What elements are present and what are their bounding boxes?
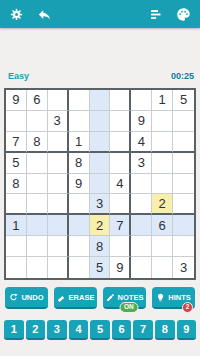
cell-r9c2[interactable] [27, 257, 48, 278]
hints-count-badge: 2 [182, 302, 193, 313]
cell-r7c5[interactable]: 2 [90, 215, 111, 236]
toolbar: UNDO ERASE NOTES ON HINTS 2 [5, 287, 195, 309]
cell-r3c5[interactable] [90, 132, 111, 153]
cell-r7c1[interactable]: 1 [6, 215, 27, 236]
cell-r2c8[interactable] [152, 111, 173, 132]
cell-r5c9[interactable] [173, 174, 194, 195]
cell-r6c1[interactable] [6, 194, 27, 215]
number-pad: 123456789 [4, 320, 196, 340]
numpad-3-button[interactable]: 3 [47, 320, 67, 340]
cell-r9c4[interactable] [69, 257, 90, 278]
cell-r7c8[interactable]: 6 [152, 215, 173, 236]
cell-r5c2[interactable] [27, 174, 48, 195]
cell-r1c2[interactable]: 6 [27, 90, 48, 111]
cell-r2c4[interactable] [69, 111, 90, 132]
top-app-bar [0, 0, 200, 28]
cell-r1c9[interactable]: 5 [173, 90, 194, 111]
back-reply-arrow-icon[interactable] [33, 3, 55, 25]
hints-label: HINTS [168, 293, 191, 302]
erase-button[interactable]: ERASE [54, 287, 97, 309]
numpad-9-button[interactable]: 9 [177, 320, 197, 340]
cell-r3c3[interactable] [48, 132, 69, 153]
cell-r8c3[interactable] [48, 236, 69, 257]
cell-r3c4[interactable]: 1 [69, 132, 90, 153]
cell-r9c1[interactable] [6, 257, 27, 278]
cell-r8c9[interactable] [173, 236, 194, 257]
timer-label: 00:25 [171, 71, 194, 81]
numpad-2-button[interactable]: 2 [26, 320, 46, 340]
cell-r9c6[interactable]: 9 [110, 257, 131, 278]
cell-r5c3[interactable] [48, 174, 69, 195]
cell-r2c1[interactable] [6, 111, 27, 132]
game-info-bar: Easy 00:25 [8, 69, 194, 83]
cell-r7c7[interactable] [131, 215, 152, 236]
cell-r4c7[interactable]: 3 [131, 153, 152, 174]
cell-r1c8[interactable]: 1 [152, 90, 173, 111]
cell-r4c3[interactable] [48, 153, 69, 174]
cell-r4c6[interactable] [110, 153, 131, 174]
numpad-8-button[interactable]: 8 [155, 320, 175, 340]
cell-r1c6[interactable] [110, 90, 131, 111]
cell-r8c2[interactable] [27, 236, 48, 257]
cell-r4c8[interactable] [152, 153, 173, 174]
notes-on-badge: ON [119, 302, 139, 314]
cell-r6c9[interactable] [173, 194, 194, 215]
cell-r5c7[interactable] [131, 174, 152, 195]
cell-r5c8[interactable] [152, 174, 173, 195]
cell-r5c4[interactable]: 9 [69, 174, 90, 195]
cell-r6c7[interactable] [131, 194, 152, 215]
cell-r8c5[interactable]: 8 [90, 236, 111, 257]
cell-r7c3[interactable] [48, 215, 69, 236]
cell-r2c5[interactable] [90, 111, 111, 132]
cell-r3c6[interactable] [110, 132, 131, 153]
cell-r2c3[interactable]: 3 [48, 111, 69, 132]
cell-r8c8[interactable] [152, 236, 173, 257]
undo-label: UNDO [21, 293, 43, 302]
settings-gear-icon[interactable] [5, 3, 27, 25]
cell-r4c5[interactable] [90, 153, 111, 174]
hints-button[interactable]: HINTS 2 [152, 287, 195, 309]
cell-r4c4[interactable]: 8 [69, 153, 90, 174]
cell-r6c2[interactable] [27, 194, 48, 215]
cell-r1c4[interactable] [69, 90, 90, 111]
cell-r4c9[interactable] [173, 153, 194, 174]
cell-r8c4[interactable] [69, 236, 90, 257]
cell-r6c3[interactable] [48, 194, 69, 215]
cell-r1c3[interactable] [48, 90, 69, 111]
cell-r6c8[interactable]: 2 [152, 194, 173, 215]
cell-r9c5[interactable]: 5 [90, 257, 111, 278]
erase-label: ERASE [69, 293, 95, 302]
cell-r1c1[interactable]: 9 [6, 90, 27, 111]
cell-r8c1[interactable] [6, 236, 27, 257]
cell-r8c6[interactable] [110, 236, 131, 257]
numpad-6-button[interactable]: 6 [112, 320, 132, 340]
cell-r3c8[interactable] [152, 132, 173, 153]
cell-r7c4[interactable] [69, 215, 90, 236]
sudoku-board[interactable]: 96153978145838943212768593 [4, 88, 196, 280]
cell-r3c7[interactable]: 4 [131, 132, 152, 153]
cell-r9c9[interactable]: 3 [173, 257, 194, 278]
cell-r2c2[interactable] [27, 111, 48, 132]
cell-r9c3[interactable] [48, 257, 69, 278]
cell-r1c5[interactable] [90, 90, 111, 111]
cell-r2c6[interactable] [110, 111, 131, 132]
cell-r5c5[interactable] [90, 174, 111, 195]
notes-label: NOTES [118, 293, 144, 302]
cell-r6c5[interactable]: 3 [90, 194, 111, 215]
cell-r2c9[interactable] [173, 111, 194, 132]
cell-r1c7[interactable] [131, 90, 152, 111]
cell-r9c7[interactable] [131, 257, 152, 278]
numpad-1-button[interactable]: 1 [4, 320, 24, 340]
notes-button[interactable]: NOTES ON [103, 287, 146, 309]
cell-r3c1[interactable]: 7 [6, 132, 27, 153]
cell-r9c8[interactable] [152, 257, 173, 278]
cell-r7c9[interactable] [173, 215, 194, 236]
cell-r2c7[interactable]: 9 [131, 111, 152, 132]
numpad-7-button[interactable]: 7 [133, 320, 153, 340]
cell-r7c2[interactable] [27, 215, 48, 236]
cell-r7c6[interactable]: 7 [110, 215, 131, 236]
cell-r6c4[interactable] [69, 194, 90, 215]
cell-r4c2[interactable] [27, 153, 48, 174]
cell-r5c6[interactable]: 4 [110, 174, 131, 195]
cell-r6c6[interactable] [110, 194, 131, 215]
cell-r4c1[interactable]: 5 [6, 153, 27, 174]
difficulty-label: Easy [8, 71, 29, 81]
numpad-5-button[interactable]: 5 [90, 320, 110, 340]
theme-palette-icon[interactable] [172, 3, 194, 25]
numpad-4-button[interactable]: 4 [69, 320, 89, 340]
cell-r3c2[interactable]: 8 [27, 132, 48, 153]
stats-bars-icon[interactable] [144, 3, 166, 25]
cell-r3c9[interactable] [173, 132, 194, 153]
cell-r5c1[interactable]: 8 [6, 174, 27, 195]
undo-button[interactable]: UNDO [5, 287, 48, 309]
cell-r8c7[interactable] [131, 236, 152, 257]
